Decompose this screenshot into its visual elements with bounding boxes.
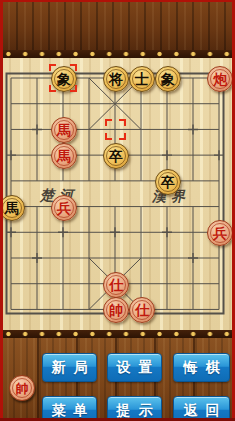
undo-button[interactable]: 悔棋 xyxy=(173,353,230,382)
turn-indicator-red-general: 帥 xyxy=(9,375,35,401)
piece-red-general[interactable]: 帥 xyxy=(103,297,129,323)
piece-black-general[interactable]: 将 xyxy=(103,66,129,92)
xiangqi-board[interactable]: 楚河 漢界 象将士象炮馬馬卒卒馬兵兵仕帥仕 xyxy=(0,58,235,330)
stud-strip-top xyxy=(0,50,235,58)
new-game-button[interactable]: 新局 xyxy=(42,353,97,382)
turn-indicator-label: 帥 xyxy=(10,376,34,400)
piece-red-cannon[interactable]: 炮 xyxy=(207,66,233,92)
piece-red-horse[interactable]: 馬 xyxy=(51,143,77,169)
xiangqi-app-screen: 楚河 漢界 象将士象炮馬馬卒卒馬兵兵仕帥仕 帥 新局 设置 悔棋 菜单 提示 返… xyxy=(0,0,235,421)
piece-black-elephant[interactable]: 象 xyxy=(155,66,181,92)
settings-button[interactable]: 设置 xyxy=(107,353,162,382)
piece-black-elephant[interactable]: 象 xyxy=(51,66,77,92)
frame-edge-top xyxy=(0,0,235,2)
piece-red-soldier[interactable]: 兵 xyxy=(51,195,77,221)
frame-edge-right xyxy=(232,0,235,421)
piece-red-advisor[interactable]: 仕 xyxy=(129,297,155,323)
piece-black-soldier[interactable]: 卒 xyxy=(103,143,129,169)
piece-red-soldier[interactable]: 兵 xyxy=(207,220,233,246)
piece-black-advisor[interactable]: 士 xyxy=(129,66,155,92)
frame-edge-left xyxy=(0,0,3,421)
piece-red-horse[interactable]: 馬 xyxy=(51,117,77,143)
top-wood-panel xyxy=(0,0,235,50)
stud-strip-bottom xyxy=(0,330,235,338)
piece-black-horse[interactable]: 馬 xyxy=(0,195,25,221)
piece-black-soldier[interactable]: 卒 xyxy=(155,169,181,195)
piece-red-advisor[interactable]: 仕 xyxy=(103,272,129,298)
